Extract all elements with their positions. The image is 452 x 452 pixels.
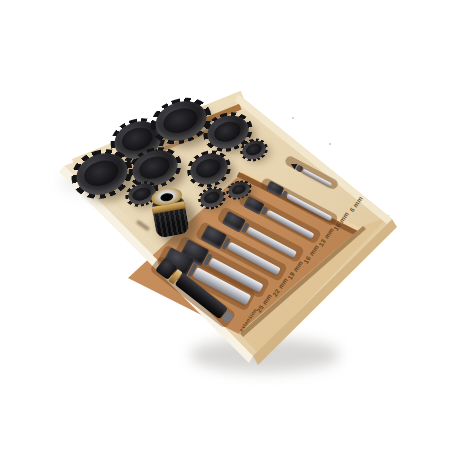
- cutter-head: [198, 186, 226, 211]
- product-photo: 6 mm 10 mm 13 mm 16 mm 19 mm 22 mm 25 mm…: [0, 0, 452, 452]
- dust-speck: [329, 143, 331, 145]
- dust-speck: [292, 117, 294, 119]
- cutter-head: [150, 95, 211, 147]
- cutter-head: [240, 138, 268, 163]
